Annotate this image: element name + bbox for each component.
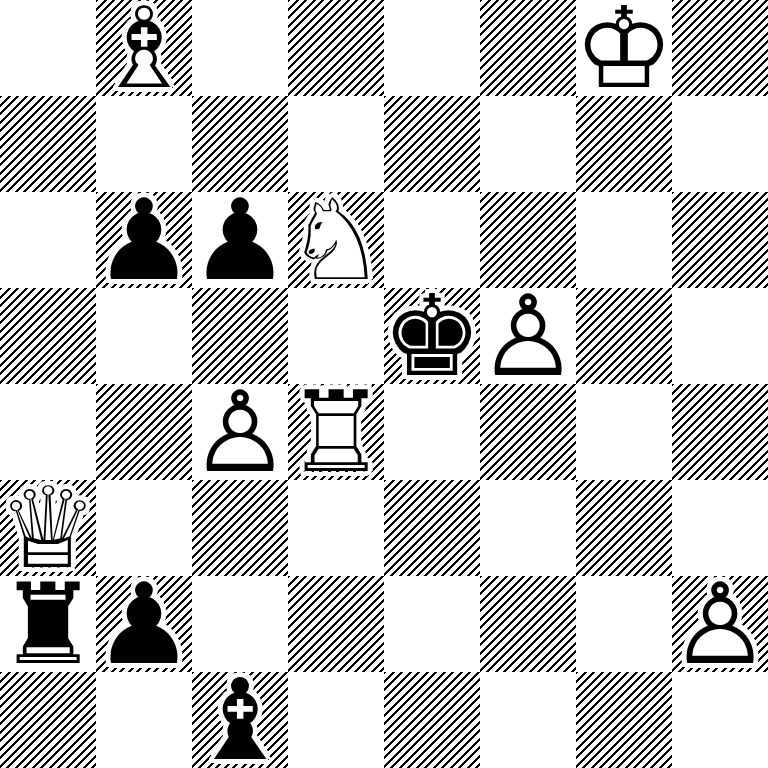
piece-white-pawn[interactable]: ♟♙ [480, 288, 576, 384]
square-b8[interactable]: ♝♗ [96, 0, 192, 96]
square-f8[interactable] [480, 0, 576, 96]
piece-white-pawn[interactable]: ♟♙ [192, 384, 288, 480]
square-f7[interactable] [480, 96, 576, 192]
piece-black-pawn[interactable]: ♟ [192, 192, 288, 288]
square-g2[interactable] [576, 576, 672, 672]
square-b4[interactable] [96, 384, 192, 480]
square-d2[interactable] [288, 576, 384, 672]
piece-glyph-outline: ♘ [288, 192, 384, 288]
piece-white-rook[interactable]: ♜♖ [288, 384, 384, 480]
piece-black-pawn[interactable]: ♟ [96, 192, 192, 288]
square-d4[interactable]: ♜♖ [288, 384, 384, 480]
piece-white-king[interactable]: ♚♔ [576, 0, 672, 96]
piece-glyph-fill: ♚ [384, 288, 480, 384]
piece-glyph-outline: ♙ [192, 384, 288, 480]
square-a8[interactable] [0, 0, 96, 96]
piece-glyph-outline: ♙ [480, 288, 576, 384]
square-b2[interactable]: ♟ [96, 576, 192, 672]
piece-black-rook[interactable]: ♜ [0, 576, 96, 672]
square-e8[interactable] [384, 0, 480, 96]
square-h5[interactable] [672, 288, 768, 384]
piece-glyph-outline: ♖ [288, 384, 384, 480]
square-g5[interactable] [576, 288, 672, 384]
square-f1[interactable] [480, 672, 576, 768]
square-c4[interactable]: ♟♙ [192, 384, 288, 480]
square-g4[interactable] [576, 384, 672, 480]
square-d8[interactable] [288, 0, 384, 96]
piece-glyph-outline: ♔ [576, 0, 672, 96]
square-g6[interactable] [576, 192, 672, 288]
square-f2[interactable] [480, 576, 576, 672]
square-f3[interactable] [480, 480, 576, 576]
square-a6[interactable] [0, 192, 96, 288]
square-c1[interactable]: ♝ [192, 672, 288, 768]
square-e7[interactable] [384, 96, 480, 192]
square-h6[interactable] [672, 192, 768, 288]
piece-glyph-outline: ♙ [672, 576, 768, 672]
square-c6[interactable]: ♟ [192, 192, 288, 288]
square-a2[interactable]: ♜ [0, 576, 96, 672]
piece-glyph-fill: ♟ [192, 192, 288, 288]
piece-white-bishop[interactable]: ♝♗ [96, 0, 192, 96]
piece-white-pawn[interactable]: ♟♙ [672, 576, 768, 672]
square-h2[interactable]: ♟♙ [672, 576, 768, 672]
piece-glyph-fill: ♟ [96, 576, 192, 672]
square-e3[interactable] [384, 480, 480, 576]
piece-glyph-outline: ♗ [96, 0, 192, 96]
square-e2[interactable] [384, 576, 480, 672]
chess-board: ♝♗♚♔♟♟♞♘♚♟♙♟♙♜♖♛♕♜♟♟♙♝ [0, 0, 768, 768]
square-h8[interactable] [672, 0, 768, 96]
square-a5[interactable] [0, 288, 96, 384]
square-e5[interactable]: ♚ [384, 288, 480, 384]
square-f5[interactable]: ♟♙ [480, 288, 576, 384]
square-g8[interactable]: ♚♔ [576, 0, 672, 96]
square-h4[interactable] [672, 384, 768, 480]
square-c8[interactable] [192, 0, 288, 96]
square-d6[interactable]: ♞♘ [288, 192, 384, 288]
square-g1[interactable] [576, 672, 672, 768]
piece-black-pawn[interactable]: ♟ [96, 576, 192, 672]
square-e1[interactable] [384, 672, 480, 768]
square-h7[interactable] [672, 96, 768, 192]
piece-glyph-fill: ♟ [96, 192, 192, 288]
piece-glyph-fill: ♝ [192, 672, 288, 768]
piece-white-knight[interactable]: ♞♘ [288, 192, 384, 288]
square-d1[interactable] [288, 672, 384, 768]
piece-black-king[interactable]: ♚ [384, 288, 480, 384]
square-b6[interactable]: ♟ [96, 192, 192, 288]
piece-black-bishop[interactable]: ♝ [192, 672, 288, 768]
piece-glyph-fill: ♜ [0, 576, 96, 672]
square-g3[interactable] [576, 480, 672, 576]
square-a7[interactable] [0, 96, 96, 192]
